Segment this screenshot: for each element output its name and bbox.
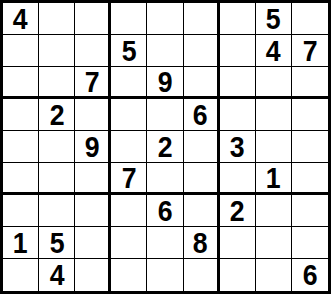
cell-r9c1[interactable] xyxy=(3,259,39,291)
cell-r5c8[interactable] xyxy=(256,131,292,163)
cell-r2c6[interactable] xyxy=(184,35,220,67)
cell-r2c2[interactable] xyxy=(39,35,75,67)
cell-r1c5[interactable] xyxy=(147,3,183,35)
cell-r7c1[interactable] xyxy=(3,195,39,227)
cell-r6c7[interactable] xyxy=(220,163,256,195)
cell-r9c7[interactable] xyxy=(220,259,256,291)
sudoku-board: 455477926923716215846 xyxy=(0,0,331,294)
cell-r5c9[interactable] xyxy=(292,131,328,163)
cell-r5c4[interactable] xyxy=(111,131,147,163)
cell-r6c6[interactable] xyxy=(184,163,220,195)
cell-r1c2[interactable] xyxy=(39,3,75,35)
cell-r7c8[interactable] xyxy=(256,195,292,227)
cell-r9c3[interactable] xyxy=(75,259,111,291)
cell-r6c9[interactable] xyxy=(292,163,328,195)
cell-r8c1[interactable]: 1 xyxy=(3,227,39,259)
given-digit: 3 xyxy=(230,132,245,162)
cell-r1c1[interactable]: 4 xyxy=(3,3,39,35)
given-digit: 7 xyxy=(303,36,318,66)
cell-r4c9[interactable] xyxy=(292,99,328,131)
cell-r9c4[interactable] xyxy=(111,259,147,291)
cell-r1c9[interactable] xyxy=(292,3,328,35)
cell-r2c9[interactable]: 7 xyxy=(292,35,328,67)
given-digit: 1 xyxy=(13,228,28,258)
given-digit: 5 xyxy=(121,36,136,66)
cell-r8c3[interactable] xyxy=(75,227,111,259)
cell-r1c4[interactable] xyxy=(111,3,147,35)
cell-r1c6[interactable] xyxy=(184,3,220,35)
cell-r7c5[interactable]: 6 xyxy=(147,195,183,227)
cell-r2c3[interactable] xyxy=(75,35,111,67)
given-digit: 6 xyxy=(158,196,173,226)
cell-r3c7[interactable] xyxy=(220,67,256,99)
cell-r5c5[interactable]: 2 xyxy=(147,131,183,163)
cell-r7c3[interactable] xyxy=(75,195,111,227)
cell-r9c9[interactable]: 6 xyxy=(292,259,328,291)
cell-r8c8[interactable] xyxy=(256,227,292,259)
cell-r5c2[interactable] xyxy=(39,131,75,163)
cell-r7c7[interactable]: 2 xyxy=(220,195,256,227)
cell-r5c7[interactable]: 3 xyxy=(220,131,256,163)
cell-r8c7[interactable] xyxy=(220,227,256,259)
cell-r2c5[interactable] xyxy=(147,35,183,67)
cell-r1c8[interactable]: 5 xyxy=(256,3,292,35)
cell-r3c1[interactable] xyxy=(3,67,39,99)
given-digit: 4 xyxy=(266,36,281,66)
cell-r9c8[interactable] xyxy=(256,259,292,291)
cell-r2c1[interactable] xyxy=(3,35,39,67)
given-digit: 1 xyxy=(266,163,281,193)
cell-r8c2[interactable]: 5 xyxy=(39,227,75,259)
cell-r2c4[interactable]: 5 xyxy=(111,35,147,67)
cell-r4c1[interactable] xyxy=(3,99,39,131)
cell-r3c2[interactable] xyxy=(39,67,75,99)
cell-r6c4[interactable]: 7 xyxy=(111,163,147,195)
cell-r4c5[interactable] xyxy=(147,99,183,131)
cell-r4c7[interactable] xyxy=(220,99,256,131)
cell-r9c5[interactable] xyxy=(147,259,183,291)
given-digit: 6 xyxy=(303,260,318,290)
cell-r3c3[interactable]: 7 xyxy=(75,67,111,99)
cell-r4c8[interactable] xyxy=(256,99,292,131)
cell-r8c4[interactable] xyxy=(111,227,147,259)
cell-r9c6[interactable] xyxy=(184,259,220,291)
given-digit: 5 xyxy=(266,4,281,34)
cell-r3c4[interactable] xyxy=(111,67,147,99)
cell-r4c4[interactable] xyxy=(111,99,147,131)
given-digit: 8 xyxy=(193,228,208,258)
given-digit: 6 xyxy=(193,100,208,130)
cell-r6c1[interactable] xyxy=(3,163,39,195)
cell-r3c9[interactable] xyxy=(292,67,328,99)
cell-r2c7[interactable] xyxy=(220,35,256,67)
cell-r7c6[interactable] xyxy=(184,195,220,227)
given-digit: 2 xyxy=(49,100,64,130)
cell-r7c2[interactable] xyxy=(39,195,75,227)
given-digit: 2 xyxy=(158,132,173,162)
given-digit: 2 xyxy=(230,196,245,226)
cell-r8c6[interactable]: 8 xyxy=(184,227,220,259)
cell-r2c8[interactable]: 4 xyxy=(256,35,292,67)
cell-r6c8[interactable]: 1 xyxy=(256,163,292,195)
cell-r6c3[interactable] xyxy=(75,163,111,195)
cell-r8c5[interactable] xyxy=(147,227,183,259)
cell-r8c9[interactable] xyxy=(292,227,328,259)
cell-r5c3[interactable]: 9 xyxy=(75,131,111,163)
given-digit: 9 xyxy=(158,67,173,97)
cell-r7c4[interactable] xyxy=(111,195,147,227)
cell-r4c3[interactable] xyxy=(75,99,111,131)
cell-r7c9[interactable] xyxy=(292,195,328,227)
cell-r3c8[interactable] xyxy=(256,67,292,99)
given-digit: 4 xyxy=(49,260,64,290)
cell-r5c1[interactable] xyxy=(3,131,39,163)
cell-r1c3[interactable] xyxy=(75,3,111,35)
cell-r4c2[interactable]: 2 xyxy=(39,99,75,131)
cell-r1c7[interactable] xyxy=(220,3,256,35)
cell-r4c6[interactable]: 6 xyxy=(184,99,220,131)
given-digit: 9 xyxy=(84,132,99,162)
given-digit: 4 xyxy=(13,4,28,34)
cell-r6c2[interactable] xyxy=(39,163,75,195)
cell-r3c5[interactable]: 9 xyxy=(147,67,183,99)
given-digit: 5 xyxy=(49,228,64,258)
given-digit: 7 xyxy=(121,163,136,193)
cell-r9c2[interactable]: 4 xyxy=(39,259,75,291)
cell-r5c6[interactable] xyxy=(184,131,220,163)
cell-r6c5[interactable] xyxy=(147,163,183,195)
given-digit: 7 xyxy=(84,67,99,97)
cell-r3c6[interactable] xyxy=(184,67,220,99)
